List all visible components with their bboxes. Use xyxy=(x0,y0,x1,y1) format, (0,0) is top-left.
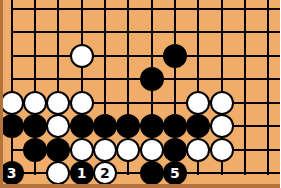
stone-white xyxy=(70,44,94,68)
stone-white xyxy=(0,91,24,115)
stone-white xyxy=(46,161,70,185)
stone-black xyxy=(140,114,164,138)
stone-black xyxy=(186,114,210,138)
stone-black-move-1: 1 xyxy=(70,161,94,185)
stone-white xyxy=(140,138,164,162)
move-number-label: 1 xyxy=(77,166,87,180)
stone-black xyxy=(70,114,94,138)
stone-white xyxy=(70,138,94,162)
stone-black xyxy=(163,44,187,68)
stone-black xyxy=(23,138,47,162)
go-board-diagram: 3125 xyxy=(0,0,280,188)
stone-black xyxy=(140,161,164,185)
board-edge-shadow-left xyxy=(0,0,3,188)
stone-black xyxy=(116,114,140,138)
stone-black xyxy=(23,114,47,138)
stone-black-move-5: 5 xyxy=(163,161,187,185)
stone-black xyxy=(140,67,164,91)
stone-white xyxy=(186,91,210,115)
stone-black xyxy=(0,114,24,138)
board-edge-shadow-bottom xyxy=(0,184,280,188)
grid-line-horizontal xyxy=(11,31,281,33)
stone-black xyxy=(46,138,70,162)
stone-white xyxy=(116,138,140,162)
grid-line-horizontal xyxy=(11,55,281,57)
stone-white xyxy=(46,91,70,115)
stone-white xyxy=(46,114,70,138)
stone-black xyxy=(163,114,187,138)
stone-white xyxy=(210,91,234,115)
stone-white xyxy=(93,138,117,162)
stone-black xyxy=(163,138,187,162)
move-number-label: 5 xyxy=(170,166,180,180)
stone-black xyxy=(93,114,117,138)
stone-white xyxy=(210,138,234,162)
stone-white xyxy=(70,91,94,115)
move-number-label: 3 xyxy=(7,166,17,180)
stone-white-move-2: 2 xyxy=(93,161,117,185)
stone-white xyxy=(23,91,47,115)
grid-line-horizontal xyxy=(11,8,281,10)
stone-black-move-3: 3 xyxy=(0,161,24,185)
stone-white xyxy=(186,138,210,162)
stone-white xyxy=(210,114,234,138)
move-number-label: 2 xyxy=(100,166,110,180)
